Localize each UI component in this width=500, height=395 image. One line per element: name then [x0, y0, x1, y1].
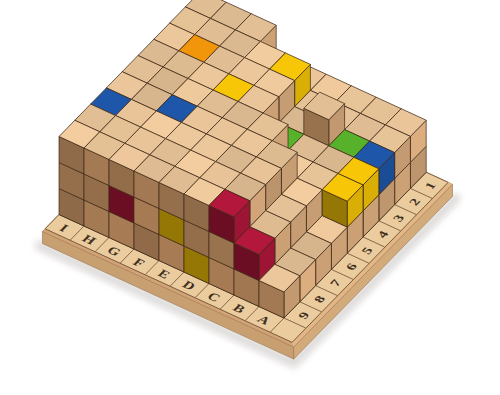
board-photo: ABCDEFGHI987654321 — [0, 0, 500, 395]
game-board-scene: ABCDEFGHI987654321 — [0, 0, 500, 395]
